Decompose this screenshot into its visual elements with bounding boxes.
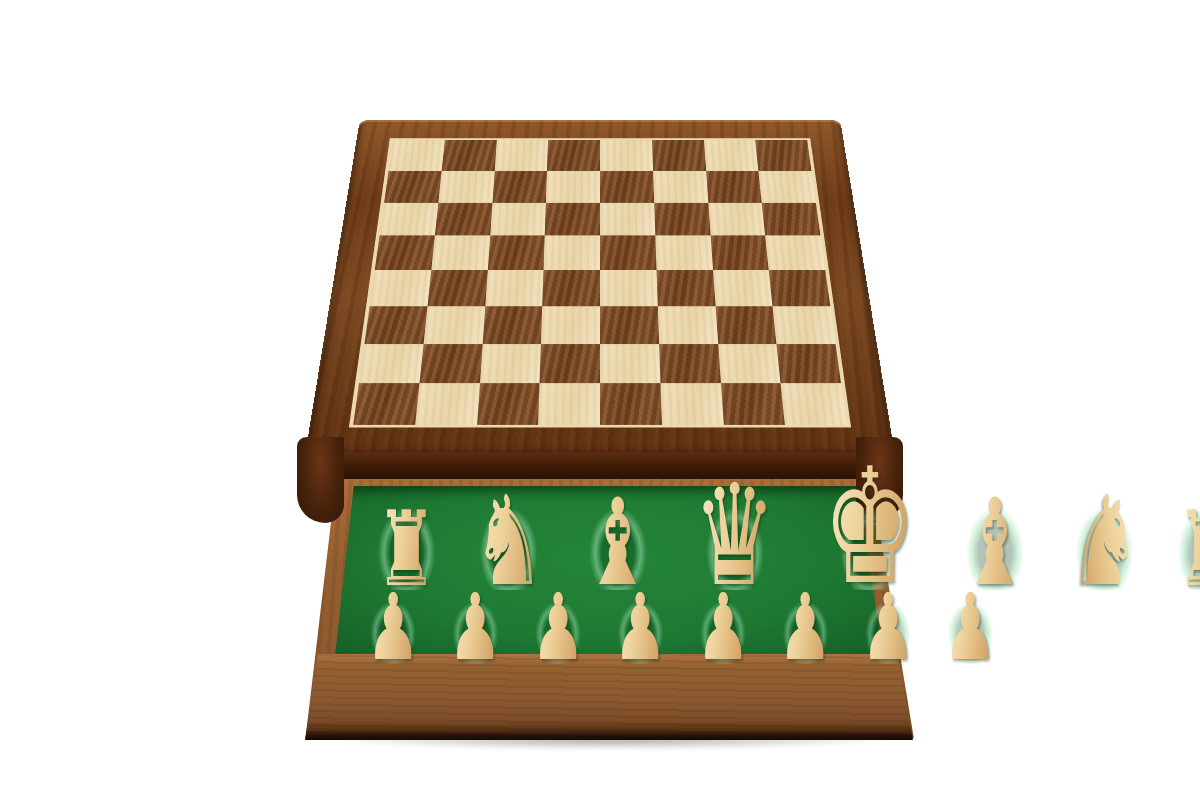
board-square[interactable] <box>479 344 541 383</box>
board-square[interactable] <box>656 270 715 306</box>
board-square[interactable] <box>600 306 659 344</box>
piece-white-pawn[interactable]: ♟ <box>613 592 667 664</box>
board-square[interactable] <box>600 383 662 424</box>
felt-recess: ♟ <box>352 556 434 664</box>
board-square[interactable] <box>364 306 427 344</box>
chess-box-lid <box>305 120 895 455</box>
felt-recess: ♟ <box>929 556 1011 664</box>
board-square[interactable] <box>653 171 708 203</box>
board-square[interactable] <box>359 344 423 383</box>
board-square[interactable] <box>721 383 786 424</box>
felt-recess: ♟ <box>682 556 764 664</box>
piece-white-pawn[interactable]: ♟ <box>449 592 503 664</box>
board-square[interactable] <box>546 171 600 203</box>
board-square[interactable] <box>375 236 435 271</box>
board-square[interactable] <box>718 344 781 383</box>
board-square[interactable] <box>545 202 600 235</box>
board-square[interactable] <box>490 202 546 235</box>
board-square[interactable] <box>419 344 482 383</box>
board-square[interactable] <box>708 202 765 235</box>
board-square[interactable] <box>600 270 658 306</box>
board-square[interactable] <box>658 306 718 344</box>
board-square[interactable] <box>600 344 660 383</box>
board-square[interactable] <box>652 140 706 170</box>
board-square[interactable] <box>370 270 431 306</box>
board-square[interactable] <box>759 171 816 203</box>
piece-white-knight[interactable]: ♞ <box>1067 493 1140 590</box>
board-square[interactable] <box>389 140 445 170</box>
board-square[interactable] <box>655 236 713 271</box>
board-square[interactable] <box>415 383 480 424</box>
board-square[interactable] <box>710 236 769 271</box>
board-square[interactable] <box>544 236 600 271</box>
board-square[interactable] <box>755 140 811 170</box>
board-square[interactable] <box>660 383 723 424</box>
board-square[interactable] <box>494 140 548 170</box>
board-square[interactable] <box>654 202 710 235</box>
board-square[interactable] <box>781 383 847 424</box>
piece-white-pawn[interactable]: ♟ <box>778 592 832 664</box>
board-square[interactable] <box>538 383 600 424</box>
board-square[interactable] <box>773 306 836 344</box>
board-square[interactable] <box>777 344 841 383</box>
piece-white-rook[interactable]: ♜ <box>1176 509 1200 590</box>
board-square[interactable] <box>353 383 419 424</box>
board-square[interactable] <box>431 236 490 271</box>
board-square[interactable] <box>659 344 721 383</box>
board-square[interactable] <box>435 202 492 235</box>
chessboard <box>353 140 847 425</box>
board-square[interactable] <box>769 270 830 306</box>
box-corner-left <box>297 437 344 523</box>
board-square[interactable] <box>715 306 777 344</box>
felt-recess: ♟ <box>764 556 846 664</box>
board-square[interactable] <box>438 171 494 203</box>
board-square[interactable] <box>540 344 600 383</box>
piece-white-pawn[interactable]: ♟ <box>861 592 915 664</box>
piece-white-pawn[interactable]: ♟ <box>943 592 997 664</box>
board-square[interactable] <box>600 202 655 235</box>
felt-recess: ♟ <box>599 556 681 664</box>
board-square[interactable] <box>427 270 487 306</box>
board-square[interactable] <box>706 171 762 203</box>
felt-recess: ♟ <box>517 556 599 664</box>
board-square[interactable] <box>542 270 600 306</box>
board-square[interactable] <box>482 306 542 344</box>
board-square[interactable] <box>713 270 773 306</box>
board-square[interactable] <box>600 140 653 170</box>
board-square[interactable] <box>485 270 544 306</box>
felt-recess: ♞ <box>1049 466 1160 590</box>
board-square[interactable] <box>384 171 441 203</box>
board-square[interactable] <box>541 306 600 344</box>
felt-recess: ♟ <box>847 556 929 664</box>
piece-white-pawn[interactable]: ♟ <box>696 592 750 664</box>
board-square[interactable] <box>600 171 654 203</box>
drawer-pawn-row: ♟♟♟♟♟♟♟♟ <box>352 556 875 664</box>
board-square[interactable] <box>547 140 600 170</box>
chess-box-product-photo: ♜♞♝♛♚♝♞♜ ♟♟♟♟♟♟♟♟ <box>0 0 1200 800</box>
piece-white-pawn[interactable]: ♟ <box>366 592 420 664</box>
board-square[interactable] <box>441 140 496 170</box>
piece-white-pawn[interactable]: ♟ <box>531 592 585 664</box>
board-square[interactable] <box>762 202 821 235</box>
felt-recess: ♟ <box>434 556 516 664</box>
board-square[interactable] <box>380 202 439 235</box>
felt-recess: ♜ <box>1160 466 1200 590</box>
board-square[interactable] <box>600 236 656 271</box>
board-square[interactable] <box>765 236 825 271</box>
board-frame <box>349 138 851 427</box>
board-square[interactable] <box>487 236 545 271</box>
board-square[interactable] <box>704 140 759 170</box>
board-square[interactable] <box>423 306 485 344</box>
board-square[interactable] <box>492 171 547 203</box>
board-square[interactable] <box>477 383 540 424</box>
